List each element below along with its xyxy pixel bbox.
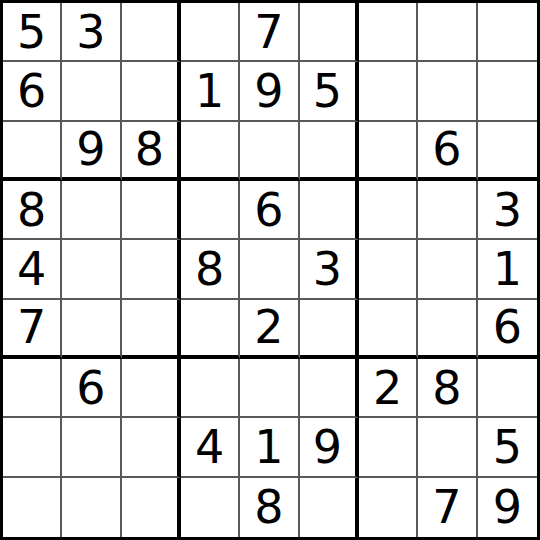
sudoku-cell-r8c9[interactable]: 5	[478, 418, 537, 477]
sudoku-cell-r6c8[interactable]	[418, 300, 477, 359]
given-digit: 4	[17, 246, 46, 292]
sudoku-cell-r1c4[interactable]	[181, 3, 240, 62]
sudoku-board: 537619598686348317266284195879	[0, 0, 540, 540]
sudoku-cell-r5c2[interactable]	[62, 240, 121, 299]
sudoku-cell-r9c8[interactable]: 7	[418, 478, 477, 537]
sudoku-cell-r7c5[interactable]	[240, 359, 299, 418]
sudoku-cell-r5c1[interactable]: 4	[3, 240, 62, 299]
sudoku-cell-r6c3[interactable]	[122, 300, 181, 359]
sudoku-puzzle: 537619598686348317266284195879	[0, 0, 540, 540]
sudoku-cell-r1c3[interactable]	[122, 3, 181, 62]
sudoku-cell-r8c4[interactable]: 4	[181, 418, 240, 477]
sudoku-cell-r7c8[interactable]: 8	[418, 359, 477, 418]
sudoku-cell-r6c5[interactable]: 2	[240, 300, 299, 359]
sudoku-cell-r9c4[interactable]	[181, 478, 240, 537]
given-digit: 7	[17, 304, 46, 350]
sudoku-cell-r1c2[interactable]: 3	[62, 3, 121, 62]
given-digit: 9	[313, 424, 342, 470]
given-digit: 2	[254, 304, 283, 350]
sudoku-cell-r9c2[interactable]	[62, 478, 121, 537]
sudoku-cell-r2c3[interactable]	[122, 62, 181, 121]
sudoku-cell-r3c9[interactable]	[478, 122, 537, 181]
given-digit: 8	[432, 365, 461, 411]
sudoku-cell-r8c7[interactable]	[359, 418, 418, 477]
given-digit: 7	[254, 9, 283, 55]
sudoku-cell-r3c7[interactable]	[359, 122, 418, 181]
sudoku-cell-r8c8[interactable]	[418, 418, 477, 477]
given-digit: 6	[432, 126, 461, 172]
given-digit: 9	[493, 484, 522, 530]
given-digit: 3	[76, 9, 105, 55]
sudoku-cell-r4c8[interactable]	[418, 181, 477, 240]
given-digit: 1	[254, 424, 283, 470]
sudoku-cell-r7c3[interactable]	[122, 359, 181, 418]
sudoku-cell-r4c4[interactable]	[181, 181, 240, 240]
sudoku-cell-r8c2[interactable]	[62, 418, 121, 477]
sudoku-cell-r7c9[interactable]	[478, 359, 537, 418]
sudoku-cell-r4c9[interactable]: 3	[478, 181, 537, 240]
sudoku-cell-r4c6[interactable]	[300, 181, 359, 240]
given-digit: 9	[254, 68, 283, 114]
sudoku-cell-r5c3[interactable]	[122, 240, 181, 299]
given-digit: 2	[373, 365, 402, 411]
sudoku-cell-r8c5[interactable]: 1	[240, 418, 299, 477]
given-digit: 6	[76, 365, 105, 411]
sudoku-cell-r6c2[interactable]	[62, 300, 121, 359]
sudoku-cell-r4c1[interactable]: 8	[3, 181, 62, 240]
sudoku-cell-r6c7[interactable]	[359, 300, 418, 359]
sudoku-cell-r5c7[interactable]	[359, 240, 418, 299]
sudoku-cell-r5c9[interactable]: 1	[478, 240, 537, 299]
sudoku-cell-r4c3[interactable]	[122, 181, 181, 240]
given-digit: 8	[195, 246, 224, 292]
given-digit: 1	[195, 68, 224, 114]
given-digit: 8	[17, 187, 46, 233]
given-digit: 8	[135, 126, 164, 172]
sudoku-cell-r4c2[interactable]	[62, 181, 121, 240]
given-digit: 9	[76, 126, 105, 172]
sudoku-cell-r4c7[interactable]	[359, 181, 418, 240]
sudoku-cell-r9c1[interactable]	[3, 478, 62, 537]
given-digit: 6	[254, 187, 283, 233]
sudoku-cell-r3c2[interactable]: 9	[62, 122, 121, 181]
sudoku-cell-r5c6[interactable]: 3	[300, 240, 359, 299]
sudoku-cell-r2c2[interactable]	[62, 62, 121, 121]
sudoku-cell-r7c4[interactable]	[181, 359, 240, 418]
sudoku-cell-r2c1[interactable]: 6	[3, 62, 62, 121]
sudoku-cell-r1c9[interactable]	[478, 3, 537, 62]
given-digit: 3	[313, 246, 342, 292]
sudoku-cell-r6c1[interactable]: 7	[3, 300, 62, 359]
given-digit: 5	[493, 424, 522, 470]
sudoku-cell-r7c2[interactable]: 6	[62, 359, 121, 418]
sudoku-cell-r3c8[interactable]: 6	[418, 122, 477, 181]
sudoku-cell-r2c8[interactable]	[418, 62, 477, 121]
sudoku-cell-r2c9[interactable]	[478, 62, 537, 121]
given-digit: 5	[313, 68, 342, 114]
sudoku-cell-r3c1[interactable]	[3, 122, 62, 181]
sudoku-cell-r1c8[interactable]	[418, 3, 477, 62]
sudoku-cell-r1c7[interactable]	[359, 3, 418, 62]
sudoku-cell-r2c6[interactable]: 5	[300, 62, 359, 121]
sudoku-cell-r9c6[interactable]	[300, 478, 359, 537]
sudoku-cell-r2c5[interactable]: 9	[240, 62, 299, 121]
sudoku-cell-r7c6[interactable]	[300, 359, 359, 418]
sudoku-cell-r1c6[interactable]	[300, 3, 359, 62]
sudoku-cell-r5c8[interactable]	[418, 240, 477, 299]
sudoku-cell-r8c6[interactable]: 9	[300, 418, 359, 477]
given-digit: 6	[493, 304, 522, 350]
given-digit: 1	[493, 246, 522, 292]
sudoku-cell-r8c1[interactable]	[3, 418, 62, 477]
sudoku-cell-r6c6[interactable]	[300, 300, 359, 359]
given-digit: 3	[493, 187, 522, 233]
sudoku-cell-r9c3[interactable]	[122, 478, 181, 537]
sudoku-cell-r9c7[interactable]	[359, 478, 418, 537]
sudoku-cell-r9c9[interactable]: 9	[478, 478, 537, 537]
sudoku-cell-r2c7[interactable]	[359, 62, 418, 121]
given-digit: 4	[195, 424, 224, 470]
sudoku-cell-r7c7[interactable]: 2	[359, 359, 418, 418]
sudoku-cell-r3c5[interactable]	[240, 122, 299, 181]
given-digit: 8	[254, 484, 283, 530]
sudoku-cell-r4c5[interactable]: 6	[240, 181, 299, 240]
sudoku-cell-r7c1[interactable]	[3, 359, 62, 418]
given-digit: 6	[17, 68, 46, 114]
sudoku-cell-r9c5[interactable]: 8	[240, 478, 299, 537]
sudoku-cell-r6c4[interactable]	[181, 300, 240, 359]
sudoku-cell-r1c1[interactable]: 5	[3, 3, 62, 62]
sudoku-cell-r3c6[interactable]	[300, 122, 359, 181]
sudoku-cell-r5c5[interactable]	[240, 240, 299, 299]
sudoku-cell-r5c4[interactable]: 8	[181, 240, 240, 299]
given-digit: 5	[17, 9, 46, 55]
sudoku-cell-r3c3[interactable]: 8	[122, 122, 181, 181]
given-digit: 7	[432, 484, 461, 530]
sudoku-cell-r8c3[interactable]	[122, 418, 181, 477]
sudoku-cell-r1c5[interactable]: 7	[240, 3, 299, 62]
sudoku-cell-r2c4[interactable]: 1	[181, 62, 240, 121]
sudoku-cell-r6c9[interactable]: 6	[478, 300, 537, 359]
sudoku-cell-r3c4[interactable]	[181, 122, 240, 181]
